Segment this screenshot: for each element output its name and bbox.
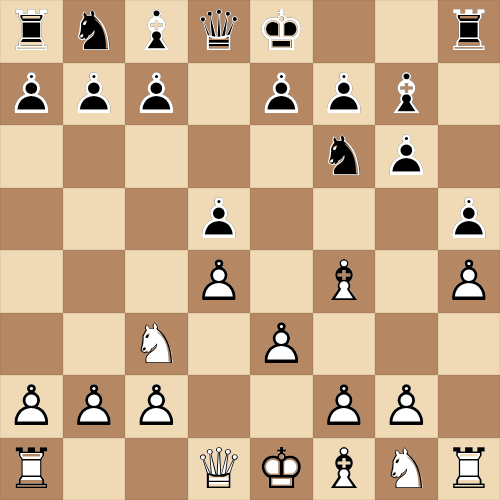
black-pawn-outline: ♙ xyxy=(63,63,126,126)
square-c2[interactable]: ♟♙ xyxy=(125,375,188,438)
square-d2[interactable] xyxy=(188,375,251,438)
white-rook[interactable]: ♜♖ xyxy=(438,438,500,500)
black-pawn[interactable]: ♟♙ xyxy=(125,63,188,126)
square-d7[interactable] xyxy=(188,63,251,126)
square-f5[interactable] xyxy=(313,188,376,251)
white-king-outline: ♔ xyxy=(250,438,313,500)
square-f3[interactable] xyxy=(313,313,376,376)
square-c8[interactable]: ♝♗ xyxy=(125,0,188,63)
black-pawn-outline: ♙ xyxy=(375,125,438,188)
square-e2[interactable] xyxy=(250,375,313,438)
square-h1[interactable]: ♜♖ xyxy=(438,438,500,500)
white-pawn-outline: ♙ xyxy=(0,375,63,438)
white-pawn-outline: ♙ xyxy=(375,375,438,438)
white-pawn-outline: ♙ xyxy=(63,375,126,438)
white-rook-outline: ♖ xyxy=(438,438,500,500)
square-c7[interactable]: ♟♙ xyxy=(125,63,188,126)
square-g4[interactable] xyxy=(375,250,438,313)
square-h7[interactable] xyxy=(438,63,500,126)
black-pawn[interactable]: ♟♙ xyxy=(313,63,376,126)
black-bishop[interactable]: ♝♗ xyxy=(375,63,438,126)
black-rook[interactable]: ♜♖ xyxy=(0,0,63,63)
white-bishop[interactable]: ♝♗ xyxy=(313,250,376,313)
square-c4[interactable] xyxy=(125,250,188,313)
black-pawn-outline: ♙ xyxy=(250,63,313,126)
square-h5[interactable]: ♟♙ xyxy=(438,188,500,251)
black-pawn[interactable]: ♟♙ xyxy=(0,63,63,126)
black-bishop-outline: ♗ xyxy=(375,63,438,126)
black-bishop[interactable]: ♝♗ xyxy=(125,0,188,63)
white-bishop-outline: ♗ xyxy=(313,250,376,313)
square-h4[interactable]: ♟♙ xyxy=(438,250,500,313)
square-b1[interactable] xyxy=(63,438,126,500)
square-f8[interactable] xyxy=(313,0,376,63)
black-queen-outline: ♕ xyxy=(188,0,251,63)
black-knight-outline: ♘ xyxy=(313,125,376,188)
white-pawn-outline: ♙ xyxy=(313,375,376,438)
white-pawn[interactable]: ♟♙ xyxy=(63,375,126,438)
white-pawn-outline: ♙ xyxy=(250,313,313,376)
white-pawn[interactable]: ♟♙ xyxy=(375,375,438,438)
black-king[interactable]: ♚♔ xyxy=(250,0,313,63)
square-g8[interactable] xyxy=(375,0,438,63)
square-a1[interactable]: ♜♖ xyxy=(0,438,63,500)
white-knight[interactable]: ♞♘ xyxy=(375,438,438,500)
white-knight-outline: ♘ xyxy=(125,313,188,376)
square-g2[interactable]: ♟♙ xyxy=(375,375,438,438)
black-rook-outline: ♖ xyxy=(0,0,63,63)
white-pawn[interactable]: ♟♙ xyxy=(250,313,313,376)
square-f1[interactable]: ♝♗ xyxy=(313,438,376,500)
square-h6[interactable] xyxy=(438,125,500,188)
square-b3[interactable] xyxy=(63,313,126,376)
square-c5[interactable] xyxy=(125,188,188,251)
white-bishop[interactable]: ♝♗ xyxy=(313,438,376,500)
black-rook[interactable]: ♜♖ xyxy=(438,0,500,63)
white-king[interactable]: ♚♔ xyxy=(250,438,313,500)
white-pawn-outline: ♙ xyxy=(438,250,500,313)
square-a4[interactable] xyxy=(0,250,63,313)
square-d8[interactable]: ♛♕ xyxy=(188,0,251,63)
black-pawn[interactable]: ♟♙ xyxy=(188,188,251,251)
square-a7[interactable]: ♟♙ xyxy=(0,63,63,126)
square-a5[interactable] xyxy=(0,188,63,251)
square-a2[interactable]: ♟♙ xyxy=(0,375,63,438)
black-knight-outline: ♘ xyxy=(63,0,126,63)
white-pawn[interactable]: ♟♙ xyxy=(313,375,376,438)
white-pawn[interactable]: ♟♙ xyxy=(0,375,63,438)
square-e1[interactable]: ♚♔ xyxy=(250,438,313,500)
square-a3[interactable] xyxy=(0,313,63,376)
square-b8[interactable]: ♞♘ xyxy=(63,0,126,63)
square-c1[interactable] xyxy=(125,438,188,500)
black-knight[interactable]: ♞♘ xyxy=(63,0,126,63)
white-bishop-outline: ♗ xyxy=(313,438,376,500)
white-pawn[interactable]: ♟♙ xyxy=(438,250,500,313)
square-c3[interactable]: ♞♘ xyxy=(125,313,188,376)
square-d3[interactable] xyxy=(188,313,251,376)
square-g1[interactable]: ♞♘ xyxy=(375,438,438,500)
white-rook[interactable]: ♜♖ xyxy=(0,438,63,500)
black-pawn-outline: ♙ xyxy=(125,63,188,126)
white-pawn-outline: ♙ xyxy=(188,250,251,313)
square-e3[interactable]: ♟♙ xyxy=(250,313,313,376)
square-e4[interactable] xyxy=(250,250,313,313)
square-d1[interactable]: ♛♕ xyxy=(188,438,251,500)
square-g3[interactable] xyxy=(375,313,438,376)
square-d5[interactable]: ♟♙ xyxy=(188,188,251,251)
square-g7[interactable]: ♝♗ xyxy=(375,63,438,126)
white-pawn[interactable]: ♟♙ xyxy=(188,250,251,313)
square-g5[interactable] xyxy=(375,188,438,251)
square-h3[interactable] xyxy=(438,313,500,376)
square-c6[interactable] xyxy=(125,125,188,188)
black-pawn[interactable]: ♟♙ xyxy=(438,188,500,251)
square-g6[interactable]: ♟♙ xyxy=(375,125,438,188)
square-f4[interactable]: ♝♗ xyxy=(313,250,376,313)
square-b4[interactable] xyxy=(63,250,126,313)
square-d6[interactable] xyxy=(188,125,251,188)
square-a8[interactable]: ♜♖ xyxy=(0,0,63,63)
square-b6[interactable] xyxy=(63,125,126,188)
square-e7[interactable]: ♟♙ xyxy=(250,63,313,126)
square-a6[interactable] xyxy=(0,125,63,188)
black-pawn-outline: ♙ xyxy=(188,188,251,251)
square-f7[interactable]: ♟♙ xyxy=(313,63,376,126)
white-rook-outline: ♖ xyxy=(0,438,63,500)
square-e6[interactable] xyxy=(250,125,313,188)
chess-board: ♜♖♞♘♝♗♛♕♚♔♜♖♟♙♟♙♟♙♟♙♟♙♝♗♞♘♟♙♟♙♟♙♟♙♝♗♟♙♞♘… xyxy=(0,0,500,500)
black-rook-outline: ♖ xyxy=(438,0,500,63)
white-pawn[interactable]: ♟♙ xyxy=(125,375,188,438)
square-e5[interactable] xyxy=(250,188,313,251)
black-pawn-outline: ♙ xyxy=(438,188,500,251)
black-queen[interactable]: ♛♕ xyxy=(188,0,251,63)
square-b7[interactable]: ♟♙ xyxy=(63,63,126,126)
square-f2[interactable]: ♟♙ xyxy=(313,375,376,438)
square-b2[interactable]: ♟♙ xyxy=(63,375,126,438)
black-bishop-outline: ♗ xyxy=(125,0,188,63)
black-pawn-outline: ♙ xyxy=(0,63,63,126)
black-pawn[interactable]: ♟♙ xyxy=(250,63,313,126)
white-knight-outline: ♘ xyxy=(375,438,438,500)
white-knight[interactable]: ♞♘ xyxy=(125,313,188,376)
square-d4[interactable]: ♟♙ xyxy=(188,250,251,313)
square-e8[interactable]: ♚♔ xyxy=(250,0,313,63)
white-queen-outline: ♕ xyxy=(188,438,251,500)
square-f6[interactable]: ♞♘ xyxy=(313,125,376,188)
black-king-outline: ♔ xyxy=(250,0,313,63)
black-pawn[interactable]: ♟♙ xyxy=(375,125,438,188)
square-h2[interactable] xyxy=(438,375,500,438)
square-b5[interactable] xyxy=(63,188,126,251)
black-pawn-outline: ♙ xyxy=(313,63,376,126)
square-h8[interactable]: ♜♖ xyxy=(438,0,500,63)
white-queen[interactable]: ♛♕ xyxy=(188,438,251,500)
black-pawn[interactable]: ♟♙ xyxy=(63,63,126,126)
black-knight[interactable]: ♞♘ xyxy=(313,125,376,188)
white-pawn-outline: ♙ xyxy=(125,375,188,438)
